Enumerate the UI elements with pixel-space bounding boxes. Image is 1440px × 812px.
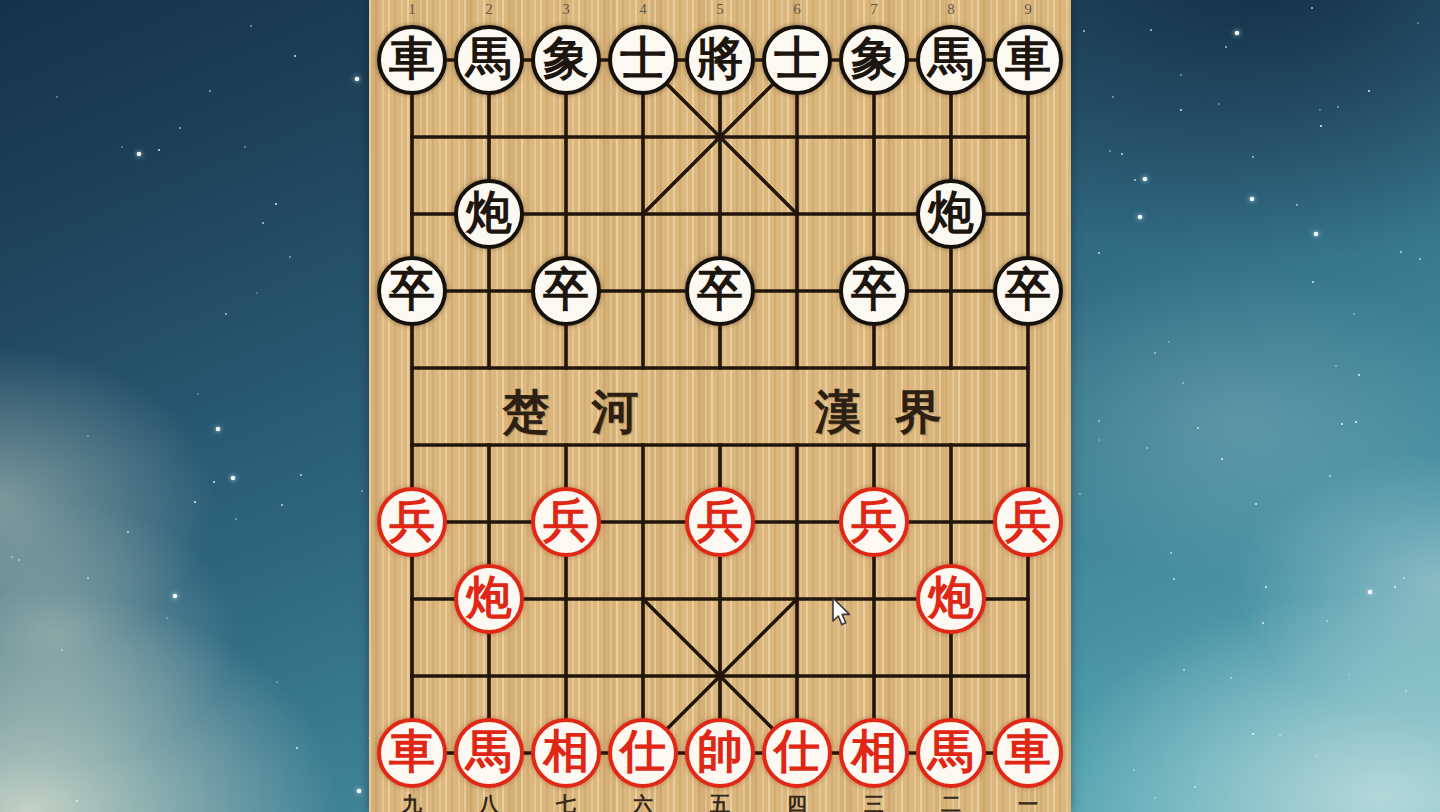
piece-black-soldier-9[interactable]: 卒 xyxy=(993,256,1063,326)
piece-black-soldier-5[interactable]: 卒 xyxy=(685,256,755,326)
piece-glyph: 馬 xyxy=(928,729,974,775)
piece-glyph: 車 xyxy=(389,36,435,82)
file-label-bottom-6: 四 xyxy=(777,791,817,812)
piece-red-soldier-1[interactable]: 兵 xyxy=(377,487,447,557)
piece-black-soldier-1[interactable]: 卒 xyxy=(377,256,447,326)
piece-glyph: 卒 xyxy=(851,267,897,313)
piece-black-elephant-3[interactable]: 象 xyxy=(531,25,601,95)
piece-glyph: 炮 xyxy=(466,575,512,621)
piece-black-soldier-7[interactable]: 卒 xyxy=(839,256,909,326)
file-label-top-7: 7 xyxy=(854,1,894,18)
piece-red-advisor-4[interactable]: 仕 xyxy=(608,718,678,788)
xiangqi-board[interactable]: 123456789 九八七六五四三二一 楚河漢界 車馬象士將士象馬車炮炮卒卒卒卒… xyxy=(369,0,1071,812)
piece-red-advisor-6[interactable]: 仕 xyxy=(762,718,832,788)
file-label-bottom-4: 六 xyxy=(623,791,663,812)
piece-glyph: 兵 xyxy=(543,498,589,544)
piece-glyph: 仕 xyxy=(620,729,666,775)
piece-glyph: 將 xyxy=(697,36,743,82)
piece-glyph: 士 xyxy=(774,36,820,82)
piece-glyph: 兵 xyxy=(1005,498,1051,544)
piece-black-horse-2[interactable]: 馬 xyxy=(454,25,524,95)
piece-glyph: 馬 xyxy=(466,36,512,82)
file-label-bottom-8: 二 xyxy=(931,791,971,812)
file-label-top-2: 2 xyxy=(469,1,509,18)
piece-glyph: 象 xyxy=(543,36,589,82)
piece-glyph: 士 xyxy=(620,36,666,82)
piece-red-soldier-9[interactable]: 兵 xyxy=(993,487,1063,557)
file-label-top-8: 8 xyxy=(931,1,971,18)
piece-glyph: 馬 xyxy=(928,36,974,82)
piece-red-chariot-1[interactable]: 車 xyxy=(377,718,447,788)
piece-glyph: 車 xyxy=(1005,729,1051,775)
file-label-bottom-7: 三 xyxy=(854,791,894,812)
piece-glyph: 兵 xyxy=(389,498,435,544)
piece-red-horse-2[interactable]: 馬 xyxy=(454,718,524,788)
piece-black-cannon-2[interactable]: 炮 xyxy=(454,179,524,249)
piece-black-horse-8[interactable]: 馬 xyxy=(916,25,986,95)
file-label-bottom-5: 五 xyxy=(700,791,740,812)
piece-red-cannon-2[interactable]: 炮 xyxy=(454,564,524,634)
piece-glyph: 兵 xyxy=(697,498,743,544)
piece-red-chariot-9[interactable]: 車 xyxy=(993,718,1063,788)
file-label-top-4: 4 xyxy=(623,1,663,18)
piece-glyph: 相 xyxy=(851,729,897,775)
piece-glyph: 馬 xyxy=(466,729,512,775)
file-label-bottom-9: 一 xyxy=(1008,791,1048,812)
piece-red-soldier-3[interactable]: 兵 xyxy=(531,487,601,557)
piece-glyph: 車 xyxy=(1005,36,1051,82)
piece-glyph: 相 xyxy=(543,729,589,775)
piece-black-chariot-9[interactable]: 車 xyxy=(993,25,1063,95)
piece-glyph: 卒 xyxy=(389,267,435,313)
desktop: 123456789 九八七六五四三二一 楚河漢界 車馬象士將士象馬車炮炮卒卒卒卒… xyxy=(0,0,1440,812)
piece-glyph: 象 xyxy=(851,36,897,82)
piece-glyph: 卒 xyxy=(697,267,743,313)
piece-glyph: 卒 xyxy=(543,267,589,313)
piece-red-soldier-5[interactable]: 兵 xyxy=(685,487,755,557)
pieces-layer: 車馬象士將士象馬車炮炮卒卒卒卒卒兵兵兵兵兵炮炮車馬相仕帥仕相馬車 xyxy=(374,22,1067,792)
piece-red-horse-8[interactable]: 馬 xyxy=(916,718,986,788)
piece-red-elephant-3[interactable]: 相 xyxy=(531,718,601,788)
file-label-top-3: 3 xyxy=(546,1,586,18)
piece-black-chariot-1[interactable]: 車 xyxy=(377,25,447,95)
piece-glyph: 炮 xyxy=(466,190,512,236)
piece-red-elephant-7[interactable]: 相 xyxy=(839,718,909,788)
piece-red-general-5[interactable]: 帥 xyxy=(685,718,755,788)
file-label-top-5: 5 xyxy=(700,1,740,18)
file-label-bottom-3: 七 xyxy=(546,791,586,812)
piece-black-elephant-7[interactable]: 象 xyxy=(839,25,909,95)
piece-red-soldier-7[interactable]: 兵 xyxy=(839,487,909,557)
piece-glyph: 仕 xyxy=(774,729,820,775)
file-label-bottom-2: 八 xyxy=(469,791,509,812)
mouse-cursor xyxy=(832,597,852,627)
piece-black-soldier-3[interactable]: 卒 xyxy=(531,256,601,326)
piece-glyph: 帥 xyxy=(697,729,743,775)
piece-glyph: 兵 xyxy=(851,498,897,544)
piece-red-cannon-8[interactable]: 炮 xyxy=(916,564,986,634)
file-label-top-6: 6 xyxy=(777,1,817,18)
piece-glyph: 卒 xyxy=(1005,267,1051,313)
piece-glyph: 炮 xyxy=(928,575,974,621)
piece-black-general-5[interactable]: 將 xyxy=(685,25,755,95)
piece-black-cannon-8[interactable]: 炮 xyxy=(916,179,986,249)
piece-black-advisor-6[interactable]: 士 xyxy=(762,25,832,95)
piece-black-advisor-4[interactable]: 士 xyxy=(608,25,678,95)
file-label-top-1: 1 xyxy=(392,1,432,18)
file-label-bottom-1: 九 xyxy=(392,791,432,812)
file-label-top-9: 9 xyxy=(1008,1,1048,18)
piece-glyph: 車 xyxy=(389,729,435,775)
piece-glyph: 炮 xyxy=(928,190,974,236)
